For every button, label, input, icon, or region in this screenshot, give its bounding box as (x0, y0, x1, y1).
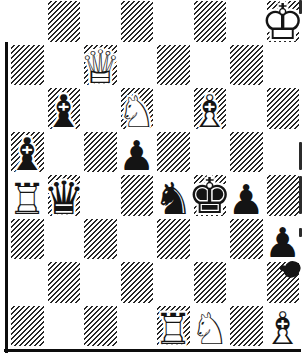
square-b2[interactable] (46, 261, 83, 305)
white-queen-glyph: ♕ (80, 44, 121, 90)
square-a2[interactable] (9, 261, 46, 305)
white-knight-glyph: ♘ (117, 90, 156, 134)
black-queen-glyph: ♛ (43, 175, 84, 221)
square-g8[interactable] (228, 0, 265, 44)
square-a1[interactable] (9, 305, 46, 349)
piece-white-king[interactable]: ♚♔ (265, 0, 302, 44)
square-b5[interactable] (46, 131, 83, 175)
square-b3[interactable] (46, 218, 83, 262)
piece-white-knight[interactable]: ♞♘ (192, 305, 229, 349)
piece-black-knight[interactable]: ♞♞ (155, 174, 192, 218)
chess-board: ♚♔♛♕♝♝♞♘♝♗♝♝♟♟♜♖♛♛♞♞♚♚♟♟♟♟♜♖♞♘♝♗ (9, 0, 301, 348)
square-a6[interactable] (9, 87, 46, 131)
square-h7[interactable] (265, 44, 302, 88)
edge-dash-3 (299, 228, 302, 237)
square-c7[interactable]: ♛♕ (82, 44, 119, 88)
square-d4[interactable] (119, 174, 156, 218)
square-f2[interactable] (192, 261, 229, 305)
scanned-chess-diagram-page: ♚♔♛♕♝♝♞♘♝♗♝♝♟♟♜♖♛♛♞♞♚♚♟♟♟♟♜♖♞♘♝♗ (0, 0, 303, 354)
square-e3[interactable] (155, 218, 192, 262)
square-g2[interactable] (228, 261, 265, 305)
piece-white-knight[interactable]: ♞♘ (119, 87, 156, 131)
piece-black-bishop[interactable]: ♝♝ (9, 131, 46, 175)
square-d5[interactable]: ♟♟ (119, 131, 156, 175)
square-c5[interactable] (82, 131, 119, 175)
board-border-bottom (4, 349, 301, 352)
square-e1[interactable]: ♜♖ (155, 305, 192, 349)
square-h4[interactable] (265, 174, 302, 218)
square-f3[interactable] (192, 218, 229, 262)
square-c2[interactable] (82, 261, 119, 305)
square-b6[interactable]: ♝♝ (46, 87, 83, 131)
square-g4[interactable]: ♟♟ (228, 174, 265, 218)
square-e6[interactable] (155, 87, 192, 131)
piece-black-pawn[interactable]: ♟♟ (119, 131, 156, 175)
square-f1[interactable]: ♞♘ (192, 305, 229, 349)
piece-white-bishop[interactable]: ♝♗ (265, 305, 302, 349)
square-e7[interactable] (155, 44, 192, 88)
square-a4[interactable]: ♜♖ (9, 174, 46, 218)
square-a7[interactable] (9, 44, 46, 88)
square-b4[interactable]: ♛♛ (46, 174, 83, 218)
square-d7[interactable] (119, 44, 156, 88)
square-d2[interactable] (119, 261, 156, 305)
square-h5[interactable] (265, 131, 302, 175)
square-h6[interactable] (265, 87, 302, 131)
piece-black-pawn[interactable]: ♟♟ (228, 174, 265, 218)
piece-white-queen[interactable]: ♛♕ (82, 44, 119, 88)
square-c6[interactable] (82, 87, 119, 131)
square-b1[interactable] (46, 305, 83, 349)
square-h1[interactable]: ♝♗ (265, 305, 302, 349)
square-b7[interactable] (46, 44, 83, 88)
black-pawn-glyph: ♟ (228, 180, 265, 221)
board-border-left (5, 42, 8, 353)
black-bishop-glyph: ♝ (7, 132, 47, 177)
square-f8[interactable] (192, 0, 229, 44)
white-rook-glyph: ♖ (8, 178, 47, 221)
square-c1[interactable] (82, 305, 119, 349)
square-c3[interactable] (82, 218, 119, 262)
black-bishop-glyph: ♝ (44, 89, 84, 134)
black-king-glyph: ♚ (188, 172, 232, 221)
edge-dash-1 (299, 142, 302, 170)
piece-white-rook[interactable]: ♜♖ (155, 305, 192, 349)
square-f4[interactable]: ♚♚ (192, 174, 229, 218)
square-g6[interactable] (228, 87, 265, 131)
square-e8[interactable] (155, 0, 192, 44)
white-bishop-glyph: ♗ (263, 306, 303, 351)
square-e2[interactable] (155, 261, 192, 305)
piece-white-rook[interactable]: ♜♖ (9, 174, 46, 218)
piece-black-king[interactable]: ♚♚ (192, 174, 229, 218)
square-g3[interactable] (228, 218, 265, 262)
black-pawn-glyph: ♟ (264, 223, 301, 264)
square-g7[interactable] (228, 44, 265, 88)
piece-white-bishop[interactable]: ♝♗ (192, 87, 229, 131)
square-a5[interactable]: ♝♝ (9, 131, 46, 175)
square-d8[interactable] (119, 0, 156, 44)
square-d6[interactable]: ♞♘ (119, 87, 156, 131)
square-c8[interactable] (82, 0, 119, 44)
square-g5[interactable] (228, 131, 265, 175)
square-f6[interactable]: ♝♗ (192, 87, 229, 131)
square-e4[interactable]: ♞♞ (155, 174, 192, 218)
square-f7[interactable] (192, 44, 229, 88)
white-rook-glyph: ♖ (154, 308, 193, 351)
square-d1[interactable] (119, 305, 156, 349)
square-h3[interactable]: ♟♟ (265, 218, 302, 262)
square-d3[interactable] (119, 218, 156, 262)
piece-black-pawn[interactable]: ♟♟ (265, 218, 302, 262)
square-h8[interactable]: ♚♔ (265, 0, 302, 44)
white-knight-glyph: ♘ (190, 307, 229, 351)
square-g1[interactable] (228, 305, 265, 349)
edge-dash-2 (299, 176, 302, 214)
black-pawn-glyph: ♟ (118, 136, 155, 177)
white-bishop-glyph: ♗ (190, 89, 230, 134)
piece-black-queen[interactable]: ♛♛ (46, 174, 83, 218)
square-b8[interactable] (46, 0, 83, 44)
square-a3[interactable] (9, 218, 46, 262)
white-king-glyph: ♔ (261, 0, 303, 47)
square-a8[interactable] (9, 0, 46, 44)
edge-dash-0 (299, 0, 302, 14)
square-e5[interactable] (155, 131, 192, 175)
square-c4[interactable] (82, 174, 119, 218)
piece-black-bishop[interactable]: ♝♝ (46, 87, 83, 131)
